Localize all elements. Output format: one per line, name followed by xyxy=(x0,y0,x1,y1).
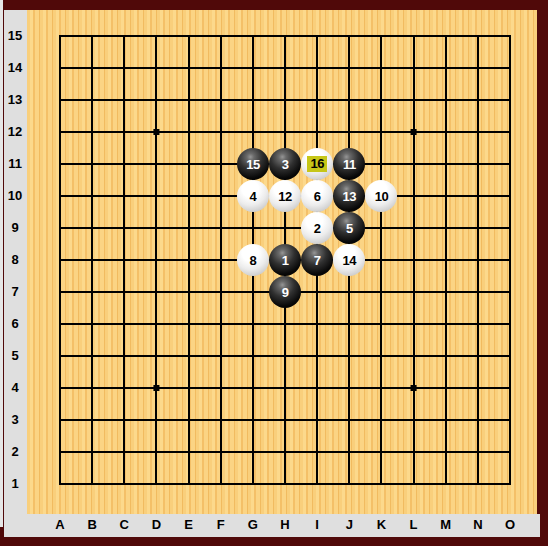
stone-move-number: 7 xyxy=(314,253,321,268)
col-label-H: H xyxy=(273,517,297,533)
row-label-5: 5 xyxy=(4,348,26,364)
col-label-G: G xyxy=(241,517,265,533)
stone-white-G10[interactable]: 4 xyxy=(237,180,269,212)
row-label-2: 2 xyxy=(4,444,26,460)
col-label-O: O xyxy=(498,517,522,533)
stone-move-number: 11 xyxy=(343,157,356,172)
col-label-C: C xyxy=(112,517,136,533)
stone-move-number: 3 xyxy=(282,157,289,172)
stone-move-number: 13 xyxy=(343,189,356,204)
row-label-15: 15 xyxy=(4,28,26,44)
col-label-B: B xyxy=(80,517,104,533)
col-label-D: D xyxy=(144,517,168,533)
stone-white-K10[interactable]: 10 xyxy=(365,180,397,212)
stone-white-G8[interactable]: 8 xyxy=(237,244,269,276)
col-label-A: A xyxy=(48,517,72,533)
stone-white-H10[interactable]: 12 xyxy=(269,180,301,212)
stone-black-H11[interactable]: 3 xyxy=(269,148,301,180)
row-label-11: 11 xyxy=(4,156,26,172)
stone-move-number: 15 xyxy=(246,157,259,172)
stone-black-J9[interactable]: 5 xyxy=(333,212,365,244)
col-label-J: J xyxy=(337,517,361,533)
stone-black-J10[interactable]: 13 xyxy=(333,180,365,212)
stones-layer: 12345678910111213141516 xyxy=(44,20,526,500)
stone-move-number: 9 xyxy=(282,285,289,300)
col-label-M: M xyxy=(434,517,458,533)
col-label-E: E xyxy=(177,517,201,533)
goban-frame: 151413121110987654321ABCDEFGHIJKLMNO 123… xyxy=(0,0,548,546)
row-label-9: 9 xyxy=(4,220,26,236)
stone-white-J8[interactable]: 14 xyxy=(333,244,365,276)
row-label-12: 12 xyxy=(4,124,26,140)
row-label-4: 4 xyxy=(4,380,26,396)
col-label-N: N xyxy=(466,517,490,533)
stone-black-G11[interactable]: 15 xyxy=(237,148,269,180)
row-label-10: 10 xyxy=(4,188,26,204)
board-right-edge xyxy=(0,0,3,527)
stone-move-number: 8 xyxy=(250,253,257,268)
stone-white-I11[interactable]: 16 xyxy=(301,148,333,180)
stone-move-number: 10 xyxy=(375,189,388,204)
col-label-I: I xyxy=(305,517,329,533)
stone-black-J11[interactable]: 11 xyxy=(333,148,365,180)
col-label-F: F xyxy=(209,517,233,533)
stone-move-number: 4 xyxy=(250,189,257,204)
stone-white-I9[interactable]: 2 xyxy=(301,212,333,244)
stone-move-number: 5 xyxy=(346,221,353,236)
last-move-number: 16 xyxy=(307,156,326,172)
row-label-8: 8 xyxy=(4,252,26,268)
stone-black-H8[interactable]: 1 xyxy=(269,244,301,276)
col-label-K: K xyxy=(369,517,393,533)
stone-black-H7[interactable]: 9 xyxy=(269,276,301,308)
row-label-13: 13 xyxy=(4,92,26,108)
row-label-1: 1 xyxy=(4,476,26,492)
stone-move-number: 2 xyxy=(314,221,321,236)
stone-white-I10[interactable]: 6 xyxy=(301,180,333,212)
row-label-3: 3 xyxy=(4,412,26,428)
row-label-14: 14 xyxy=(4,60,26,76)
stone-move-number: 6 xyxy=(314,189,321,204)
stone-move-number: 12 xyxy=(278,189,291,204)
row-label-7: 7 xyxy=(4,284,26,300)
stone-move-number: 14 xyxy=(343,253,356,268)
row-label-6: 6 xyxy=(4,316,26,332)
col-label-L: L xyxy=(402,517,426,533)
stone-move-number: 1 xyxy=(282,253,289,268)
stone-black-I8[interactable]: 7 xyxy=(301,244,333,276)
